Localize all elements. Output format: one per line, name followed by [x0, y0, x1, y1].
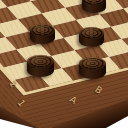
checker-top-rings: [79, 27, 104, 40]
checker-top-rings: [79, 57, 106, 71]
board-photo-scene: 2 1 A B: [0, 0, 128, 128]
checker-top-rings: [30, 24, 55, 37]
dark-checker-piece-c4: [79, 27, 104, 48]
dark-checker-piece-a4: [30, 24, 55, 45]
dark-checker-piece-a2: [27, 55, 54, 78]
checker-top-rings: [27, 55, 54, 69]
dark-checker-piece-c2: [79, 57, 106, 80]
dark-checker-piece-c6: [82, 0, 106, 13]
